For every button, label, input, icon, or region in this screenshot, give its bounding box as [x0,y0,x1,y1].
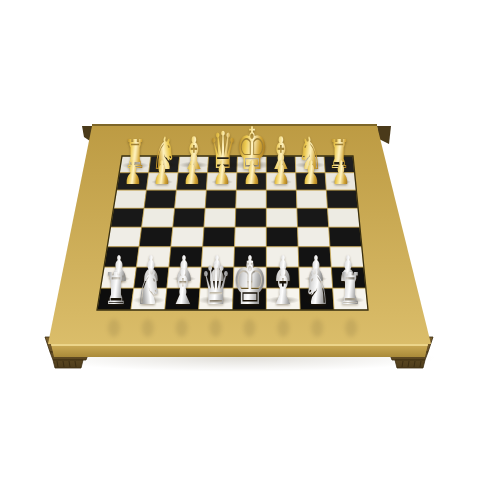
silver-knight-g1: ♞ [300,273,334,311]
silver-knight-b1: ♞ [132,273,166,311]
pawn-glyph: ♟ [183,157,202,190]
rook-glyph: ♜ [338,267,363,311]
gold-pawn-a7: ♟ [121,164,144,190]
chess-set-photo: ♜♞♝♛♚♝♞♜♟♟♟♟♟♟♟♟♟♟♟♟♟♟♟♟♜♞♝♛♚♝♞♜ [0,0,480,480]
gold-pawn-g7: ♟ [299,164,322,190]
silver-rook-h1: ♜ [335,276,365,310]
pawn-glyph: ♟ [212,157,231,190]
silver-bishop-f1: ♝ [266,273,300,311]
knight-glyph: ♞ [135,263,163,312]
gold-pawn-h7: ♟ [329,164,352,190]
silver-rook-a1: ♜ [100,276,130,310]
gold-pawn-f7: ♟ [270,164,293,190]
bishop-glyph: ♝ [269,263,297,312]
silver-bishop-c1: ♝ [165,273,199,311]
pawn-glyph: ♟ [272,157,291,190]
pawn-glyph: ♟ [301,157,320,190]
knight-glyph: ♞ [303,263,331,312]
king-glyph: ♚ [231,252,267,315]
gold-pawn-c7: ♟ [181,164,204,190]
chess-pieces-layer: ♜♞♝♛♚♝♞♜♟♟♟♟♟♟♟♟♟♟♟♟♟♟♟♟♜♞♝♛♚♝♞♜ [0,0,480,480]
gold-pawn-e7: ♟ [240,164,263,190]
bishop-glyph: ♝ [169,263,197,312]
pawn-glyph: ♟ [123,157,142,190]
pawn-glyph: ♟ [331,157,350,190]
gold-pawn-b7: ♟ [151,164,174,190]
pawn-glyph: ♟ [153,157,172,190]
pawn-glyph: ♟ [242,157,261,190]
gold-pawn-d7: ♟ [210,164,233,190]
rook-glyph: ♜ [103,267,128,311]
